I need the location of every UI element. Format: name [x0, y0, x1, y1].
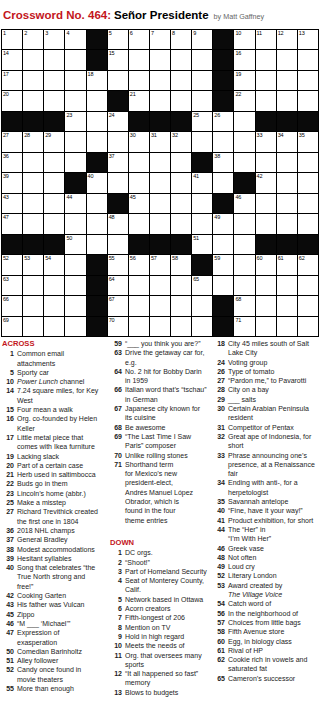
grid-cell[interactable]: [44, 50, 64, 69]
clue-number: 62: [213, 655, 228, 664]
clue-5-across: 5Sporty car: [2, 368, 100, 377]
grid-cell[interactable]: [65, 317, 85, 336]
grid-cell[interactable]: [171, 153, 191, 172]
grid-cell[interactable]: [65, 255, 85, 274]
grid-cell[interactable]: 31: [150, 132, 170, 151]
grid-cell[interactable]: [44, 153, 64, 172]
clue-number: 23: [2, 489, 17, 498]
grid-cell[interactable]: [234, 235, 254, 254]
clue-text: Unlike rolling stones: [125, 451, 208, 460]
grid-cell[interactable]: [298, 50, 318, 69]
grid-cell[interactable]: [23, 173, 43, 192]
grid-cell[interactable]: [150, 153, 170, 172]
black-cell: [213, 317, 233, 336]
clue-number: 71: [110, 460, 125, 469]
clue-text: Choices from little bags: [228, 618, 319, 627]
clue-number: 11: [110, 651, 125, 660]
grid-cell[interactable]: 12: [277, 30, 297, 49]
grid-cell[interactable]: [44, 214, 64, 233]
clue-number: 45: [2, 610, 17, 619]
grid-cell[interactable]: [65, 153, 85, 172]
grid-cell[interactable]: [171, 173, 191, 192]
grid-cell[interactable]: [150, 296, 170, 315]
grid-cell[interactable]: [129, 71, 149, 90]
clue-text: “Fine, have it your way!”: [228, 506, 319, 515]
grid-cell[interactable]: 10: [234, 30, 254, 49]
grid-cell[interactable]: [256, 194, 276, 213]
grid-cell[interactable]: [87, 194, 107, 213]
grid-cell[interactable]: 44: [65, 194, 85, 213]
grid-cell[interactable]: [298, 317, 318, 336]
cell-number: 3: [45, 30, 48, 37]
grid-cell[interactable]: [298, 71, 318, 90]
grid-cell[interactable]: [234, 153, 254, 172]
clue-57-down: 57Choices from little bags: [213, 618, 319, 627]
grid-cell[interactable]: 20: [2, 91, 22, 110]
cell-number: 37: [109, 153, 115, 160]
grid-cell[interactable]: 28: [23, 132, 43, 151]
grid-cell[interactable]: 9: [192, 30, 212, 49]
grid-cell[interactable]: [171, 50, 191, 69]
grid-cell[interactable]: [87, 132, 107, 151]
clue-text: The “Her” in“I’m With Her”: [228, 525, 319, 544]
clue-text: Great ape of Indonesia, for short: [228, 432, 319, 451]
grid-cell[interactable]: 47: [2, 214, 22, 233]
grid-cell[interactable]: [65, 71, 85, 90]
grid-cell[interactable]: [129, 50, 149, 69]
grid-cell[interactable]: [256, 317, 276, 336]
grid-cell[interactable]: [108, 71, 128, 90]
grid-cell[interactable]: [65, 296, 85, 315]
grid-cell[interactable]: [150, 50, 170, 69]
grid-cell[interactable]: 58: [171, 255, 191, 274]
grid-cell[interactable]: [65, 276, 85, 295]
grid-cell[interactable]: [277, 317, 297, 336]
grid-cell[interactable]: [44, 91, 64, 110]
cell-number: 51: [193, 235, 199, 242]
grid-cell[interactable]: 30: [129, 132, 149, 151]
grid-cell[interactable]: [171, 276, 191, 295]
clue-number: 46: [213, 544, 228, 553]
grid-cell[interactable]: 8: [171, 30, 191, 49]
clue-number: 58: [213, 627, 228, 636]
cell-number: 15: [109, 50, 115, 57]
grid-cell[interactable]: [298, 276, 318, 295]
black-cell: [108, 194, 128, 213]
clue-number: 27: [2, 507, 17, 516]
black-cell: [87, 317, 107, 336]
clue-number: 52: [213, 571, 228, 580]
grid-cell[interactable]: [234, 255, 254, 274]
grid-cell[interactable]: 39: [2, 173, 22, 192]
clue-number: 66: [110, 385, 125, 394]
grid-cell[interactable]: 27: [2, 132, 22, 151]
grid-cell[interactable]: [87, 235, 107, 254]
grid-cell[interactable]: 40: [87, 173, 107, 192]
grid-cell[interactable]: 21: [129, 91, 149, 110]
grid-cell[interactable]: 42: [256, 173, 276, 192]
grid-cell[interactable]: [213, 235, 233, 254]
grid-cell[interactable]: [213, 173, 233, 192]
grid-cell[interactable]: [108, 132, 128, 151]
clue-number: 10: [110, 641, 125, 650]
grid-cell[interactable]: 25: [192, 112, 212, 131]
grid-cell[interactable]: 15: [108, 50, 128, 69]
clue-text: “___ you think you are?”: [125, 339, 208, 348]
grid-cell[interactable]: [171, 194, 191, 213]
clue-number: 17: [2, 433, 17, 442]
grid-cell[interactable]: [44, 296, 64, 315]
grid-cell[interactable]: 49: [213, 214, 233, 233]
grid-cell[interactable]: [192, 132, 212, 151]
grid-cell[interactable]: [108, 173, 128, 192]
grid-cell[interactable]: 64: [108, 276, 128, 295]
grid-cell[interactable]: 13: [298, 30, 318, 49]
grid-cell[interactable]: 50: [65, 235, 85, 254]
puzzle-name: Señor Presidente: [114, 9, 209, 21]
grid-cell[interactable]: [277, 153, 297, 172]
clue-34-down: 34Ending with anti-, for a herpetologist: [213, 478, 319, 497]
grid-cell[interactable]: [234, 112, 254, 131]
clue-62-down: 62Cookie rich in vowels and saturated fa…: [213, 655, 319, 674]
grid-cell[interactable]: [23, 296, 43, 315]
black-cell: [213, 71, 233, 90]
grid-cell[interactable]: 18: [87, 71, 107, 90]
grid-cell[interactable]: [256, 71, 276, 90]
grid-cell[interactable]: [298, 214, 318, 233]
grid-cell[interactable]: [87, 214, 107, 233]
grid-cell[interactable]: 29: [44, 132, 64, 151]
grid-cell[interactable]: 65: [192, 276, 212, 295]
grid-cell[interactable]: 70: [108, 317, 128, 336]
grid-cell[interactable]: [44, 71, 64, 90]
grid-cell[interactable]: 67: [108, 296, 128, 315]
grid-cell[interactable]: 33: [256, 132, 276, 151]
clue-text: Loud cry: [228, 562, 319, 571]
grid-cell[interactable]: [23, 71, 43, 90]
clue-46-down: 46Greek vase: [213, 544, 319, 553]
grid-cell[interactable]: [277, 296, 297, 315]
clue-9-down: 9Hold in high regard: [110, 632, 208, 641]
clue-text: Fifth-longest of 206: [125, 613, 208, 622]
black-cell: [87, 153, 107, 172]
grid-cell[interactable]: [44, 173, 64, 192]
grid-cell[interactable]: [150, 276, 170, 295]
grid-cell[interactable]: [192, 317, 212, 336]
grid-cell[interactable]: [298, 194, 318, 213]
grid-cell[interactable]: [192, 91, 212, 110]
grid-cell[interactable]: 14: [2, 50, 22, 69]
clue-59-across: 59“___ you think you are?”: [110, 339, 208, 348]
clue-text: Italian word that’s “tschau” in German: [125, 385, 208, 404]
grid-cell[interactable]: [129, 296, 149, 315]
grid-cell[interactable]: [234, 132, 254, 151]
clue-16-across: 16Org. co-founded by Helen Keller: [2, 414, 100, 433]
clue-number: 41: [213, 516, 228, 525]
clue-6-down: 6Acorn creators: [110, 604, 208, 613]
clue-number: 19: [2, 452, 17, 461]
grid-cell[interactable]: [277, 71, 297, 90]
grid-cell[interactable]: 46: [234, 194, 254, 213]
clue-number: 10: [2, 377, 17, 386]
grid-cell[interactable]: [298, 153, 318, 172]
grid-cell[interactable]: [65, 91, 85, 110]
clue-text: Egg, in biology class: [228, 637, 319, 646]
clue-14-across: 147.24 square miles, for Key West: [2, 386, 100, 405]
grid-cell[interactable]: [277, 50, 297, 69]
clue-text: 2018 NHL champs: [17, 526, 100, 535]
grid-cell[interactable]: 26: [213, 112, 233, 131]
cell-number: 71: [235, 317, 241, 324]
grid-cell[interactable]: [213, 276, 233, 295]
grid-cell[interactable]: 56: [129, 255, 149, 274]
clue-number: 26: [213, 367, 228, 376]
black-cell: [277, 112, 297, 131]
grid-cell[interactable]: [23, 91, 43, 110]
clue-text: Product exhibition, for short: [228, 516, 319, 525]
clue-text: Candy once found in movie theaters: [17, 665, 100, 684]
grid-cell[interactable]: 11: [256, 30, 276, 49]
grid-cell[interactable]: 62: [298, 255, 318, 274]
grid-cell[interactable]: 32: [171, 132, 191, 151]
grid-cell[interactable]: [256, 153, 276, 172]
grid-cell[interactable]: 52: [2, 255, 22, 274]
clue-58-down: 58Fifth Avenue store: [213, 627, 319, 636]
grid-cell[interactable]: [129, 317, 149, 336]
grid-cell[interactable]: [192, 50, 212, 69]
clue-text: Rival of HP: [228, 646, 319, 655]
grid-cell[interactable]: [277, 91, 297, 110]
clue-number: 28: [213, 385, 228, 394]
clue-number: 50: [2, 647, 17, 656]
grid-cell[interactable]: 22: [234, 91, 254, 110]
grid-cell[interactable]: [108, 235, 128, 254]
grid-cell[interactable]: 24: [108, 112, 128, 131]
grid-cell[interactable]: [192, 71, 212, 90]
grid-cell[interactable]: 45: [129, 194, 149, 213]
clue-number: 51: [2, 656, 17, 665]
grid-cell[interactable]: 68: [234, 296, 254, 315]
grid-cell[interactable]: [65, 50, 85, 69]
black-cell: [108, 91, 128, 110]
cell-number: 29: [45, 132, 51, 139]
grid-cell[interactable]: [129, 214, 149, 233]
grid-cell[interactable]: [192, 296, 212, 315]
black-cell: [213, 30, 233, 49]
cell-number: 1: [3, 30, 6, 37]
grid-cell[interactable]: [234, 276, 254, 295]
grid-cell[interactable]: [23, 214, 43, 233]
grid-cell[interactable]: 1: [2, 30, 22, 49]
clue-21-across: 21Herb used in saltimbocca: [2, 470, 100, 479]
clue-number: 61: [213, 646, 228, 655]
grid-cell[interactable]: [150, 173, 170, 192]
grid-cell[interactable]: [23, 317, 43, 336]
cell-number: 24: [109, 112, 115, 119]
cell-number: 4: [66, 30, 69, 37]
clue-number: 13: [110, 688, 125, 697]
clue-number: 69: [110, 432, 125, 441]
grid-cell[interactable]: [298, 296, 318, 315]
grid-cell[interactable]: 41: [192, 173, 212, 192]
grid-cell[interactable]: 59: [213, 255, 233, 274]
clue-column-3: 18City 45 miles south of Salt Lake City2…: [213, 339, 319, 683]
grid-cell[interactable]: [87, 91, 107, 110]
clue-55-across: 55More than enough: [2, 684, 100, 693]
grid-cell[interactable]: [23, 50, 43, 69]
grid-cell[interactable]: [277, 194, 297, 213]
black-cell: [44, 235, 64, 254]
grid-cell[interactable]: 69: [2, 317, 22, 336]
clue-38-across: 38Modest accommodations: [2, 545, 100, 554]
clue-65-down: 65Cameron’s successor: [213, 674, 319, 683]
clue-text: Cooking Garten: [17, 591, 100, 600]
black-cell: [192, 255, 212, 274]
grid-cell[interactable]: 63: [2, 276, 22, 295]
grid-cell[interactable]: [23, 194, 43, 213]
grid-cell[interactable]: [171, 91, 191, 110]
grid-cell[interactable]: [23, 153, 43, 172]
grid-cell[interactable]: [150, 91, 170, 110]
grid-cell[interactable]: 48: [108, 214, 128, 233]
cell-number: 5: [109, 30, 112, 37]
clue-number: 60: [213, 637, 228, 646]
cell-number: 70: [109, 317, 115, 324]
cell-number: 2: [24, 30, 27, 37]
grid-cell[interactable]: [256, 214, 276, 233]
grid-cell[interactable]: 37: [108, 153, 128, 172]
grid-cell[interactable]: [44, 317, 64, 336]
grid-cell[interactable]: 7: [150, 30, 170, 49]
grid-cell[interactable]: 23: [65, 112, 85, 131]
grid-cell[interactable]: [150, 71, 170, 90]
grid-cell[interactable]: [298, 91, 318, 110]
clue-number: 33: [213, 451, 228, 460]
grid-cell[interactable]: 51: [192, 235, 212, 254]
clue-text: Alley follower: [17, 656, 100, 665]
grid-cell[interactable]: 57: [150, 255, 170, 274]
grid-cell[interactable]: 35: [298, 132, 318, 151]
clue-text: Power Lunch channel: [17, 377, 100, 386]
grid-cell[interactable]: [44, 194, 64, 213]
grid-cell[interactable]: [87, 112, 107, 131]
clue-2-down: 2“Shoot!”: [110, 558, 208, 567]
clue-number: 24: [213, 358, 228, 367]
grid-cell[interactable]: 2: [23, 30, 43, 49]
black-cell: [298, 112, 318, 131]
clue-number: 1: [110, 548, 125, 557]
grid-cell[interactable]: 34: [277, 132, 297, 151]
grid-cell[interactable]: 4: [65, 30, 85, 49]
clue-69-across: 69“The Last Time I Saw Paris” composer: [110, 432, 208, 451]
grid-cell[interactable]: [150, 214, 170, 233]
grid-cell[interactable]: [256, 296, 276, 315]
grid-cell[interactable]: [256, 50, 276, 69]
clue-53-down: 53Award created byThe Village Voice: [213, 581, 319, 600]
clue-text: Buds go in them: [17, 479, 100, 488]
black-cell: [213, 296, 233, 315]
grid-cell[interactable]: [192, 214, 212, 233]
cell-number: 23: [66, 112, 72, 119]
cell-number: 53: [24, 255, 30, 262]
black-cell: [192, 153, 212, 172]
grid-cell[interactable]: 19: [234, 71, 254, 90]
grid-cell[interactable]: [129, 153, 149, 172]
grid-cell[interactable]: 61: [277, 255, 297, 274]
cell-number: 62: [299, 255, 305, 262]
grid-cell[interactable]: [298, 173, 318, 192]
grid-cell[interactable]: [171, 317, 191, 336]
clue-number: 36: [2, 526, 17, 535]
cell-number: 46: [235, 194, 241, 201]
clue-number: 4: [110, 576, 125, 585]
clue-text: “The Last Time I Saw Paris” composer: [125, 432, 208, 451]
cell-number: 19: [235, 71, 241, 78]
clue-11-down: 11Org. that oversees many sports: [110, 651, 208, 670]
black-cell: [23, 235, 43, 254]
grid-cell[interactable]: 16: [234, 50, 254, 69]
grid-cell[interactable]: [171, 71, 191, 90]
grid-cell[interactable]: 5: [108, 30, 128, 49]
clue-text: Expression of exasperation: [17, 628, 100, 647]
grid-cell[interactable]: 17: [2, 71, 22, 90]
grid-cell[interactable]: [256, 276, 276, 295]
grid-cell[interactable]: 38: [213, 153, 233, 172]
grid-cell[interactable]: [65, 132, 85, 151]
black-cell: [234, 173, 254, 192]
clue-23-across: 23Lincoln’s home (abbr.): [2, 489, 100, 498]
clue-text: Sporty car: [17, 368, 100, 377]
grid-cell[interactable]: [192, 194, 212, 213]
grid-cell[interactable]: [150, 194, 170, 213]
grid-cell[interactable]: 53: [23, 255, 43, 274]
grid-cell[interactable]: 55: [108, 255, 128, 274]
grid-cell[interactable]: [23, 276, 43, 295]
grid-cell[interactable]: [171, 296, 191, 315]
grid-cell[interactable]: [65, 214, 85, 233]
black-cell: [2, 235, 22, 254]
grid-cell[interactable]: 36: [2, 153, 22, 172]
grid-cell[interactable]: [129, 173, 149, 192]
grid-cell[interactable]: 60: [256, 255, 276, 274]
cell-number: 42: [257, 173, 263, 180]
clue-list-header-across: ACROSS: [2, 339, 100, 348]
black-cell: [150, 112, 170, 131]
clue-42-across: 42Cooking Garten: [2, 591, 100, 600]
grid-cell[interactable]: [277, 214, 297, 233]
clue-40-down: 40“Fine, have it your way!”: [213, 506, 319, 515]
grid-cell[interactable]: 43: [2, 194, 22, 213]
grid-cell[interactable]: [277, 276, 297, 295]
grid-cell[interactable]: [213, 132, 233, 151]
grid-cell[interactable]: [277, 173, 297, 192]
grid-cell[interactable]: [150, 317, 170, 336]
grid-cell[interactable]: 66: [2, 296, 22, 315]
black-cell: [87, 276, 107, 295]
grid-cell[interactable]: [234, 214, 254, 233]
grid-cell[interactable]: [129, 276, 149, 295]
clue-number: 55: [2, 684, 17, 693]
clue-text: General Bradley: [17, 535, 100, 544]
grid-cell[interactable]: 71: [234, 317, 254, 336]
clue-1-down: 1DC orgs.: [110, 548, 208, 557]
grid-cell[interactable]: [256, 91, 276, 110]
grid-cell[interactable]: 3: [44, 30, 64, 49]
grid-cell[interactable]: [171, 214, 191, 233]
grid-cell[interactable]: [44, 276, 64, 295]
grid-cell[interactable]: 6: [129, 30, 149, 49]
grid-cell[interactable]: 54: [44, 255, 64, 274]
